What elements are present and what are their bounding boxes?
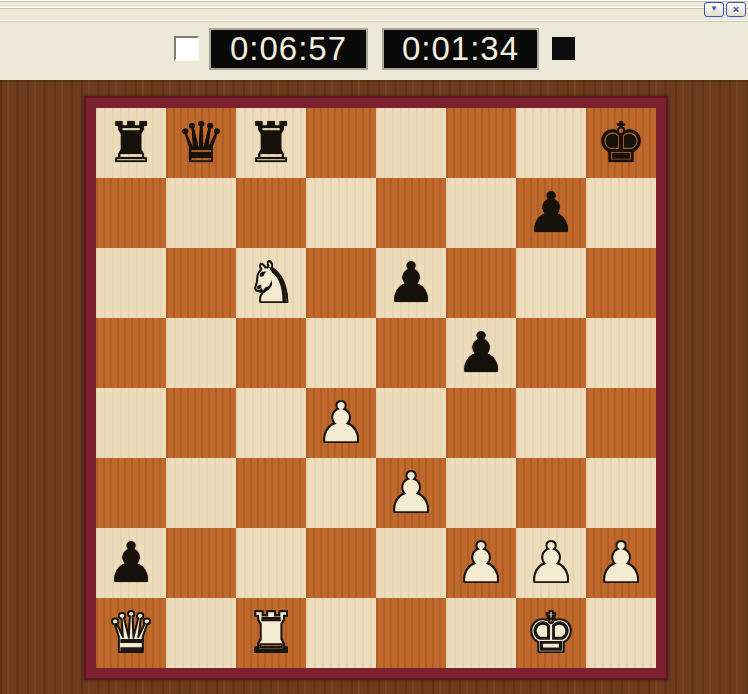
square-a6[interactable] [96,248,166,318]
square-d1[interactable] [306,598,376,668]
square-d6[interactable] [306,248,376,318]
square-e6[interactable]: ♟ [376,248,446,318]
piece-white-pawn[interactable]: ♟ [306,388,376,458]
piece-white-pawn[interactable]: ♟ [376,458,446,528]
square-c3[interactable] [236,458,306,528]
square-g2[interactable]: ♟ [516,528,586,598]
square-f7[interactable] [446,178,516,248]
square-h2[interactable]: ♟ [586,528,656,598]
menu-dropdown-button[interactable]: ▼ [704,2,724,17]
square-h5[interactable] [586,318,656,388]
square-f1[interactable] [446,598,516,668]
square-h6[interactable] [586,248,656,318]
square-c4[interactable] [236,388,306,458]
square-h7[interactable] [586,178,656,248]
white-clock: 0:06:57 [209,28,368,70]
square-c5[interactable] [236,318,306,388]
square-h3[interactable] [586,458,656,528]
square-c6[interactable]: ♞ [236,248,306,318]
black-clock: 0:01:34 [382,28,539,70]
square-b1[interactable] [166,598,236,668]
square-f5[interactable]: ♟ [446,318,516,388]
square-f4[interactable] [446,388,516,458]
square-c8[interactable]: ♜ [236,108,306,178]
square-g5[interactable] [516,318,586,388]
square-e3[interactable]: ♟ [376,458,446,528]
square-e1[interactable] [376,598,446,668]
square-g3[interactable] [516,458,586,528]
square-h4[interactable] [586,388,656,458]
piece-black-rook[interactable]: ♜ [96,108,166,178]
piece-white-queen[interactable]: ♛ [96,598,166,668]
chess-board: ♜♛♜♚♟♞♟♟♟♟♟♟♟♟♛♜♚ [84,96,668,680]
square-b3[interactable] [166,458,236,528]
square-b5[interactable] [166,318,236,388]
square-e2[interactable] [376,528,446,598]
piece-black-pawn[interactable]: ♟ [96,528,166,598]
square-d4[interactable]: ♟ [306,388,376,458]
square-d5[interactable] [306,318,376,388]
square-a3[interactable] [96,458,166,528]
piece-black-pawn[interactable]: ♟ [376,248,446,318]
square-c2[interactable] [236,528,306,598]
square-f6[interactable] [446,248,516,318]
square-e7[interactable] [376,178,446,248]
square-a1[interactable]: ♛ [96,598,166,668]
square-d7[interactable] [306,178,376,248]
square-f8[interactable] [446,108,516,178]
square-a7[interactable] [96,178,166,248]
square-d8[interactable] [306,108,376,178]
square-g8[interactable] [516,108,586,178]
piece-white-pawn[interactable]: ♟ [446,528,516,598]
square-b7[interactable] [166,178,236,248]
square-g7[interactable]: ♟ [516,178,586,248]
piece-white-knight[interactable]: ♞ [236,248,306,318]
square-g1[interactable]: ♚ [516,598,586,668]
close-button[interactable]: × [726,2,746,17]
piece-white-pawn[interactable]: ♟ [586,528,656,598]
white-player-indicator [174,36,199,61]
square-f2[interactable]: ♟ [446,528,516,598]
piece-black-pawn[interactable]: ♟ [516,178,586,248]
piece-black-king[interactable]: ♚ [586,108,656,178]
toolbar: ▼ × 0:06:57 0:01:34 [0,0,748,80]
square-b8[interactable]: ♛ [166,108,236,178]
square-e8[interactable] [376,108,446,178]
square-g4[interactable] [516,388,586,458]
square-f3[interactable] [446,458,516,528]
square-b2[interactable] [166,528,236,598]
square-e4[interactable] [376,388,446,458]
app-window: ▼ × 0:06:57 0:01:34 ♜♛♜♚♟♞♟♟♟♟♟♟♟♟♛♜♚ [0,0,748,694]
square-a8[interactable]: ♜ [96,108,166,178]
square-d2[interactable] [306,528,376,598]
piece-white-rook[interactable]: ♜ [236,598,306,668]
square-h8[interactable]: ♚ [586,108,656,178]
piece-black-queen[interactable]: ♛ [166,108,236,178]
square-g6[interactable] [516,248,586,318]
piece-white-king[interactable]: ♚ [516,598,586,668]
square-a4[interactable] [96,388,166,458]
board-grid: ♜♛♜♚♟♞♟♟♟♟♟♟♟♟♛♜♚ [96,108,656,668]
square-c7[interactable] [236,178,306,248]
square-a5[interactable] [96,318,166,388]
square-c1[interactable]: ♜ [236,598,306,668]
square-a2[interactable]: ♟ [96,528,166,598]
black-player-indicator [552,37,575,60]
square-b4[interactable] [166,388,236,458]
square-d3[interactable] [306,458,376,528]
piece-white-pawn[interactable]: ♟ [516,528,586,598]
square-b6[interactable] [166,248,236,318]
square-h1[interactable] [586,598,656,668]
piece-black-rook[interactable]: ♜ [236,108,306,178]
piece-black-pawn[interactable]: ♟ [446,318,516,388]
square-e5[interactable] [376,318,446,388]
